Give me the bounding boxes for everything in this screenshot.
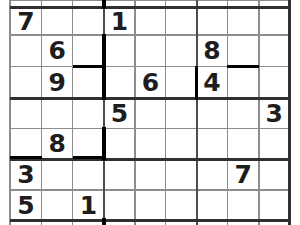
grid-line-vertical xyxy=(102,34,105,100)
grid-line-vertical xyxy=(258,0,259,225)
grid-line-horizontal xyxy=(10,34,289,35)
grid-line-horizontal xyxy=(10,219,289,222)
sudoku-board: 71689645383751 xyxy=(0,0,300,225)
grid-line-horizontal xyxy=(10,0,289,1)
grid-line-vertical xyxy=(227,0,228,225)
grid-line-vertical xyxy=(165,0,166,225)
grid-line-horizontal xyxy=(10,158,289,161)
grid-line-horizontal xyxy=(10,97,289,100)
grid-line-vertical xyxy=(9,0,10,225)
grid-line-vertical xyxy=(72,0,73,225)
grid-line-horizontal xyxy=(73,65,104,68)
grid-line-horizontal xyxy=(73,156,104,159)
grid-line-vertical xyxy=(102,218,105,225)
grid-line-vertical xyxy=(41,0,42,225)
grid-lines-layer xyxy=(0,0,300,225)
grid-line-vertical xyxy=(196,0,198,225)
grid-line-horizontal xyxy=(10,156,42,159)
grid-line-horizontal xyxy=(10,128,289,129)
grid-line-vertical xyxy=(102,0,105,9)
grid-line-vertical xyxy=(195,66,198,100)
grid-line-horizontal xyxy=(227,65,259,68)
grid-line-vertical xyxy=(134,0,135,225)
grid-line-vertical xyxy=(288,0,291,225)
grid-line-horizontal xyxy=(10,6,289,9)
grid-line-vertical xyxy=(102,127,105,161)
grid-line-horizontal xyxy=(10,189,289,190)
